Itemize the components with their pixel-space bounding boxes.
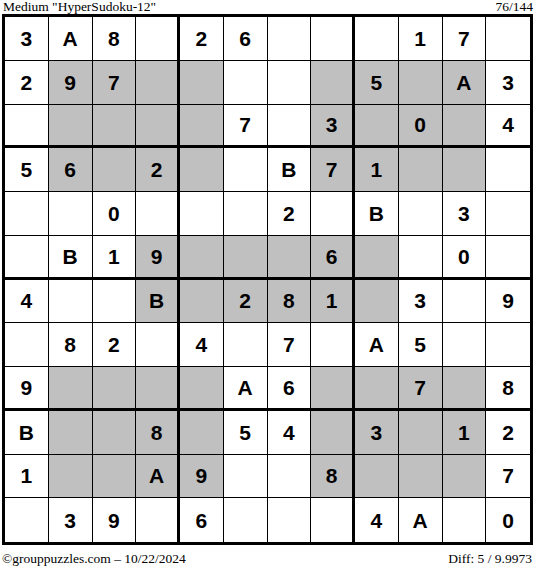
cell-r8c7: 7 — [268, 323, 312, 367]
cell-r2c8 — [311, 61, 355, 105]
sudoku-board: 3A826172975A37304562B7102B3B19604B281398… — [2, 14, 533, 545]
cell-r9c9 — [355, 367, 399, 411]
cell-r4c7: B — [268, 148, 312, 192]
cell-r12c2: 3 — [49, 498, 93, 542]
cell-r1c7 — [268, 17, 312, 61]
cell-r6c3: 1 — [93, 236, 137, 280]
cell-r7c2 — [49, 280, 93, 324]
cell-r1c10: 1 — [399, 17, 443, 61]
cell-r6c7 — [268, 236, 312, 280]
cell-r5c4 — [136, 192, 180, 236]
cell-r6c12 — [486, 236, 530, 280]
cell-r6c4: 9 — [136, 236, 180, 280]
cell-r5c5 — [180, 192, 224, 236]
cell-r10c6: 5 — [224, 411, 268, 455]
cell-r10c2 — [49, 411, 93, 455]
cell-r5c3: 0 — [93, 192, 137, 236]
cell-r4c10 — [399, 148, 443, 192]
cell-r2c7 — [268, 61, 312, 105]
cell-r11c10 — [399, 455, 443, 499]
cell-r4c1: 5 — [5, 148, 49, 192]
cell-r1c8 — [311, 17, 355, 61]
cell-r3c4 — [136, 105, 180, 149]
cell-r7c5 — [180, 280, 224, 324]
cell-r3c8: 3 — [311, 105, 355, 149]
cell-r4c3 — [93, 148, 137, 192]
cell-r11c4: A — [136, 455, 180, 499]
cell-r8c2: 8 — [49, 323, 93, 367]
cell-r7c11 — [443, 280, 487, 324]
cell-r6c1 — [5, 236, 49, 280]
cell-r4c4: 2 — [136, 148, 180, 192]
cell-r11c6 — [224, 455, 268, 499]
cell-r7c6: 2 — [224, 280, 268, 324]
puzzle-counter: 76/144 — [495, 0, 533, 15]
cell-r2c3: 7 — [93, 61, 137, 105]
cell-r5c9: B — [355, 192, 399, 236]
cell-r11c3 — [93, 455, 137, 499]
cell-r5c1 — [5, 192, 49, 236]
cell-r3c10: 0 — [399, 105, 443, 149]
cell-r12c6 — [224, 498, 268, 542]
cell-r12c5: 6 — [180, 498, 224, 542]
cell-r6c8: 6 — [311, 236, 355, 280]
cell-r12c11 — [443, 498, 487, 542]
cell-r11c8: 8 — [311, 455, 355, 499]
cell-r8c9: A — [355, 323, 399, 367]
cell-r4c2: 6 — [49, 148, 93, 192]
footer-difficulty: Diff: 5 / 9.9973 — [448, 551, 532, 567]
cell-r3c3 — [93, 105, 137, 149]
cell-r11c2 — [49, 455, 93, 499]
cell-r3c5 — [180, 105, 224, 149]
cell-r8c11 — [443, 323, 487, 367]
cell-r10c11: 1 — [443, 411, 487, 455]
cell-r8c12 — [486, 323, 530, 367]
cell-r6c11: 0 — [443, 236, 487, 280]
cell-r9c6: A — [224, 367, 268, 411]
cell-r1c4 — [136, 17, 180, 61]
cell-r10c5 — [180, 411, 224, 455]
cell-r5c11: 3 — [443, 192, 487, 236]
cell-r8c10: 5 — [399, 323, 443, 367]
cell-r6c5 — [180, 236, 224, 280]
cell-r2c1: 2 — [5, 61, 49, 105]
cell-r4c9: 1 — [355, 148, 399, 192]
cell-r11c5: 9 — [180, 455, 224, 499]
cell-r3c7 — [268, 105, 312, 149]
cell-r10c12: 2 — [486, 411, 530, 455]
cell-r7c4: B — [136, 280, 180, 324]
cell-r9c5 — [180, 367, 224, 411]
cell-r9c8 — [311, 367, 355, 411]
cell-r7c3 — [93, 280, 137, 324]
cell-r2c9: 5 — [355, 61, 399, 105]
cell-r11c12: 7 — [486, 455, 530, 499]
cell-r5c2 — [49, 192, 93, 236]
cell-r2c12: 3 — [486, 61, 530, 105]
cell-r1c3: 8 — [93, 17, 137, 61]
cell-r9c12: 8 — [486, 367, 530, 411]
cell-r8c4 — [136, 323, 180, 367]
puzzle-page: Medium "HyperSudoku-12" 76/144 3A8261729… — [0, 0, 535, 569]
cell-r12c1 — [5, 498, 49, 542]
cell-r5c12 — [486, 192, 530, 236]
page-title: Medium "HyperSudoku-12" — [3, 0, 156, 15]
cell-r2c4 — [136, 61, 180, 105]
cell-r7c7: 8 — [268, 280, 312, 324]
cell-r10c4: 8 — [136, 411, 180, 455]
cell-r6c10 — [399, 236, 443, 280]
cell-r5c7: 2 — [268, 192, 312, 236]
cell-r10c1: B — [5, 411, 49, 455]
cell-r6c2: B — [49, 236, 93, 280]
cell-r2c10 — [399, 61, 443, 105]
cell-r2c11: A — [443, 61, 487, 105]
cell-r9c7: 6 — [268, 367, 312, 411]
cell-r1c12 — [486, 17, 530, 61]
cell-r10c10 — [399, 411, 443, 455]
cell-r1c5: 2 — [180, 17, 224, 61]
cell-r7c9 — [355, 280, 399, 324]
cell-r3c2 — [49, 105, 93, 149]
cell-r4c12 — [486, 148, 530, 192]
cell-r4c8: 7 — [311, 148, 355, 192]
cell-r7c10: 3 — [399, 280, 443, 324]
cell-r8c3: 2 — [93, 323, 137, 367]
cell-r8c8 — [311, 323, 355, 367]
cell-r12c12: 0 — [486, 498, 530, 542]
cell-r8c5: 4 — [180, 323, 224, 367]
cell-r9c3 — [93, 367, 137, 411]
cell-r10c3 — [93, 411, 137, 455]
cell-r10c8 — [311, 411, 355, 455]
cell-r3c1 — [5, 105, 49, 149]
cell-r12c10: A — [399, 498, 443, 542]
cell-r9c4 — [136, 367, 180, 411]
cell-r4c11 — [443, 148, 487, 192]
cell-r2c2: 9 — [49, 61, 93, 105]
cell-r7c8: 1 — [311, 280, 355, 324]
cell-r3c6: 7 — [224, 105, 268, 149]
cell-r1c11: 7 — [443, 17, 487, 61]
cell-r6c6 — [224, 236, 268, 280]
cell-r1c6: 6 — [224, 17, 268, 61]
cell-r11c7 — [268, 455, 312, 499]
cell-r5c8 — [311, 192, 355, 236]
cell-r10c9: 3 — [355, 411, 399, 455]
cell-r3c9 — [355, 105, 399, 149]
cell-r11c11 — [443, 455, 487, 499]
cell-r3c12: 4 — [486, 105, 530, 149]
cell-r12c7 — [268, 498, 312, 542]
cell-r9c11 — [443, 367, 487, 411]
cell-r6c9 — [355, 236, 399, 280]
cell-r12c3: 9 — [93, 498, 137, 542]
cell-r7c1: 4 — [5, 280, 49, 324]
cell-r4c5 — [180, 148, 224, 192]
cell-r8c6 — [224, 323, 268, 367]
cell-r1c9 — [355, 17, 399, 61]
cell-r11c1: 1 — [5, 455, 49, 499]
cell-r10c7: 4 — [268, 411, 312, 455]
cell-r5c10 — [399, 192, 443, 236]
cell-r2c5 — [180, 61, 224, 105]
cell-r4c6 — [224, 148, 268, 192]
cell-r12c8 — [311, 498, 355, 542]
footer-copyright: ©grouppuzzles.com – 10/22/2024 — [2, 551, 186, 567]
cell-r12c4 — [136, 498, 180, 542]
cell-r12c9: 4 — [355, 498, 399, 542]
cell-r9c10: 7 — [399, 367, 443, 411]
cell-r7c12: 9 — [486, 280, 530, 324]
cell-r9c2 — [49, 367, 93, 411]
cell-r1c2: A — [49, 17, 93, 61]
cell-r1c1: 3 — [5, 17, 49, 61]
cell-r2c6 — [224, 61, 268, 105]
cell-r3c11 — [443, 105, 487, 149]
cell-r11c9 — [355, 455, 399, 499]
cell-r9c1: 9 — [5, 367, 49, 411]
cell-r8c1 — [5, 323, 49, 367]
cell-r5c6 — [224, 192, 268, 236]
